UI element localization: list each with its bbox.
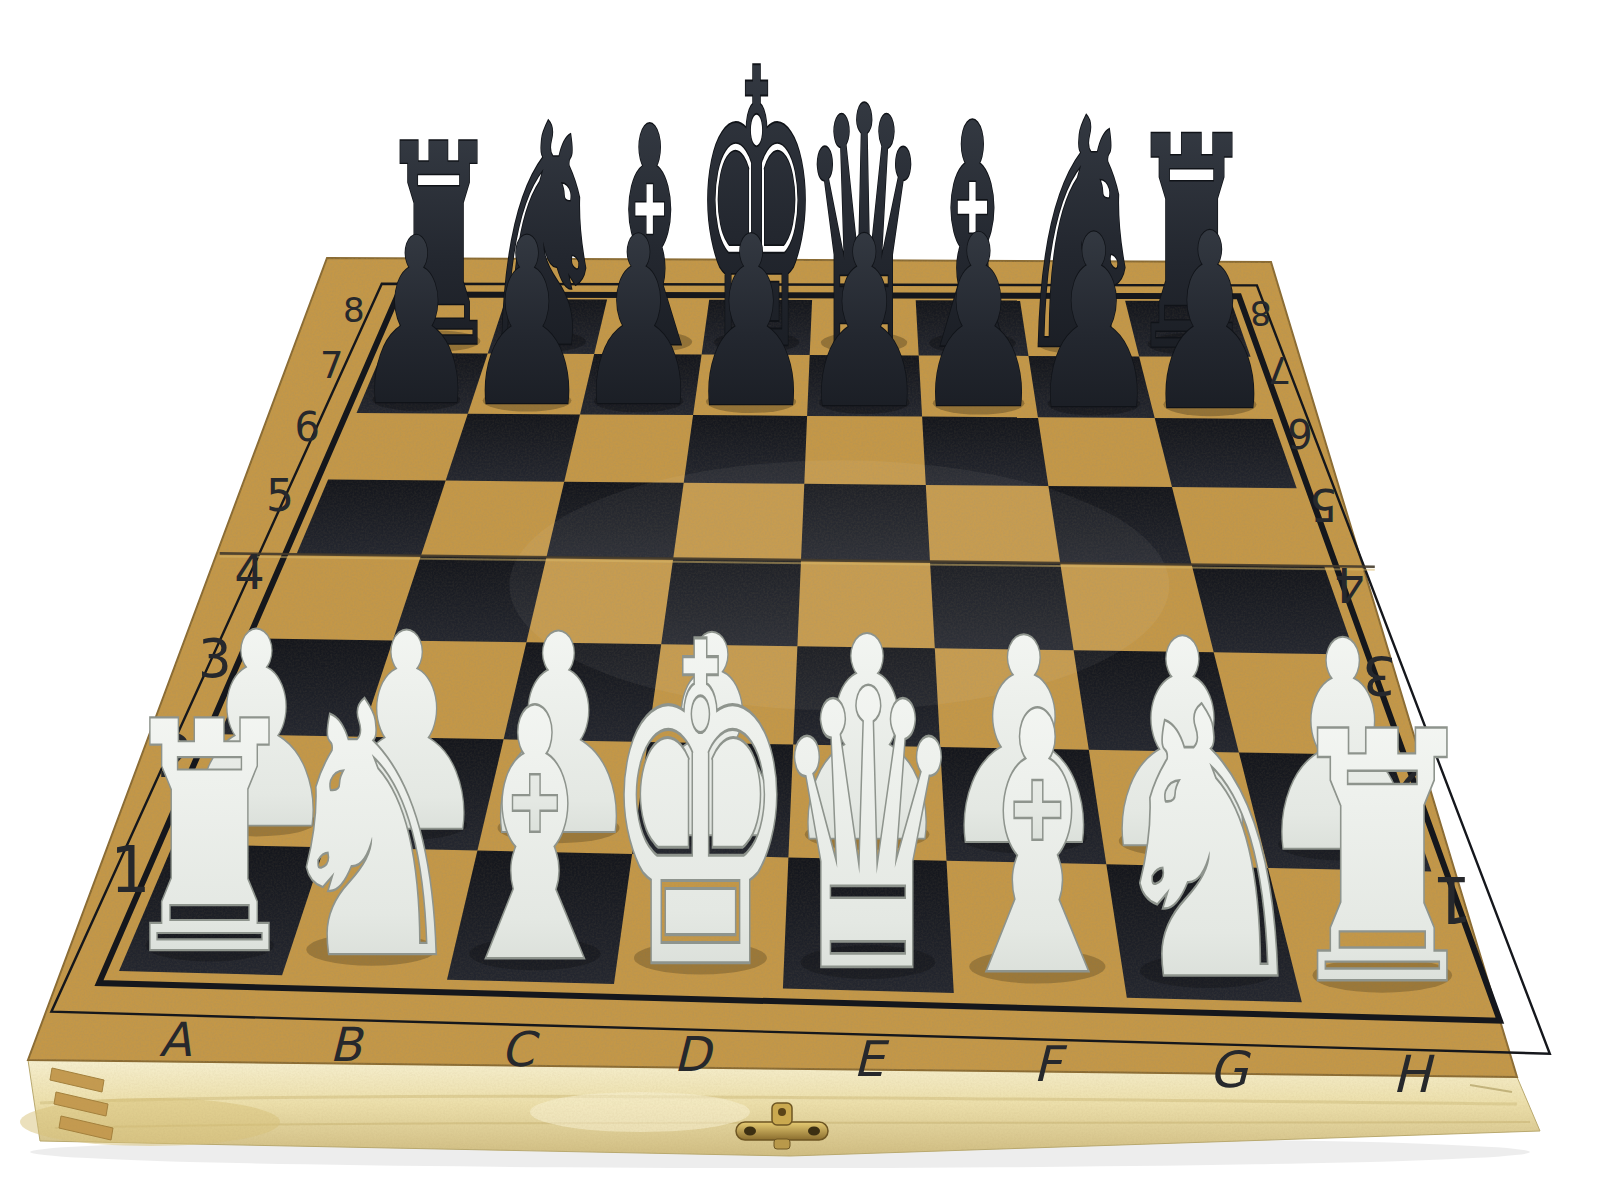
white-queen-glyph: ♛ <box>772 611 965 1056</box>
piece-white-rook-h1: ♜ <box>1281 660 1484 1060</box>
rank-label-left-5: 5 <box>266 470 294 521</box>
black-pawn-glyph: ♟ <box>1029 184 1158 463</box>
black-pawn-glyph: ♟ <box>688 187 814 460</box>
piece-black-pawn-d7: ♟ <box>688 187 814 460</box>
white-king-glyph: ♚ <box>604 552 798 1065</box>
black-pawn-glyph: ♟ <box>576 188 702 458</box>
rank-label-right-6: 6 <box>1287 410 1312 456</box>
piece-white-bishop-c1: ♝ <box>443 637 627 1038</box>
piece-black-pawn-f7: ♟ <box>915 185 1043 461</box>
clasp-screw <box>808 1127 820 1136</box>
clasp-tongue <box>774 1139 790 1149</box>
piece-white-king-d1: ♚ <box>604 552 798 1065</box>
rank-label-left-7: 7 <box>320 344 344 387</box>
piece-black-pawn-g7: ♟ <box>1029 184 1158 463</box>
chess-set-photo: chess ABCDEFGH8877665544332211♜♞♝♚♛♝♞♜♟♟… <box>0 0 1597 1200</box>
piece-black-pawn-e7: ♟ <box>801 185 928 460</box>
piece-black-pawn-a7: ♟ <box>354 189 478 457</box>
piece-black-pawn-c7: ♟ <box>576 188 702 458</box>
white-bishop-glyph: ♝ <box>443 637 627 1038</box>
piece-black-pawn-b7: ♟ <box>465 188 590 457</box>
black-pawn-glyph: ♟ <box>915 185 1043 461</box>
black-pawn-glyph: ♟ <box>801 185 928 460</box>
white-knight-glyph: ♞ <box>271 631 472 1035</box>
black-pawn-glyph: ♟ <box>465 188 590 457</box>
piece-white-knight-b1: ♞ <box>271 631 472 1035</box>
rank-label-left-6: 6 <box>295 404 320 450</box>
piece-black-pawn-h7: ♟ <box>1144 181 1275 463</box>
black-pawn-glyph: ♟ <box>354 189 478 457</box>
clasp-screw <box>744 1127 756 1136</box>
rank-label-right-5: 5 <box>1309 479 1337 530</box>
clasp-catch-hole <box>778 1108 786 1116</box>
chess-board: ABCDEFGH8877665544332211♜♞♝♚♛♝♞♜♟♟♟♟♟♟♟♟… <box>0 0 1597 1200</box>
black-pawn-glyph: ♟ <box>1144 181 1275 463</box>
piece-white-queen-e1: ♛ <box>772 611 965 1056</box>
white-rook-glyph: ♜ <box>1281 660 1484 1060</box>
